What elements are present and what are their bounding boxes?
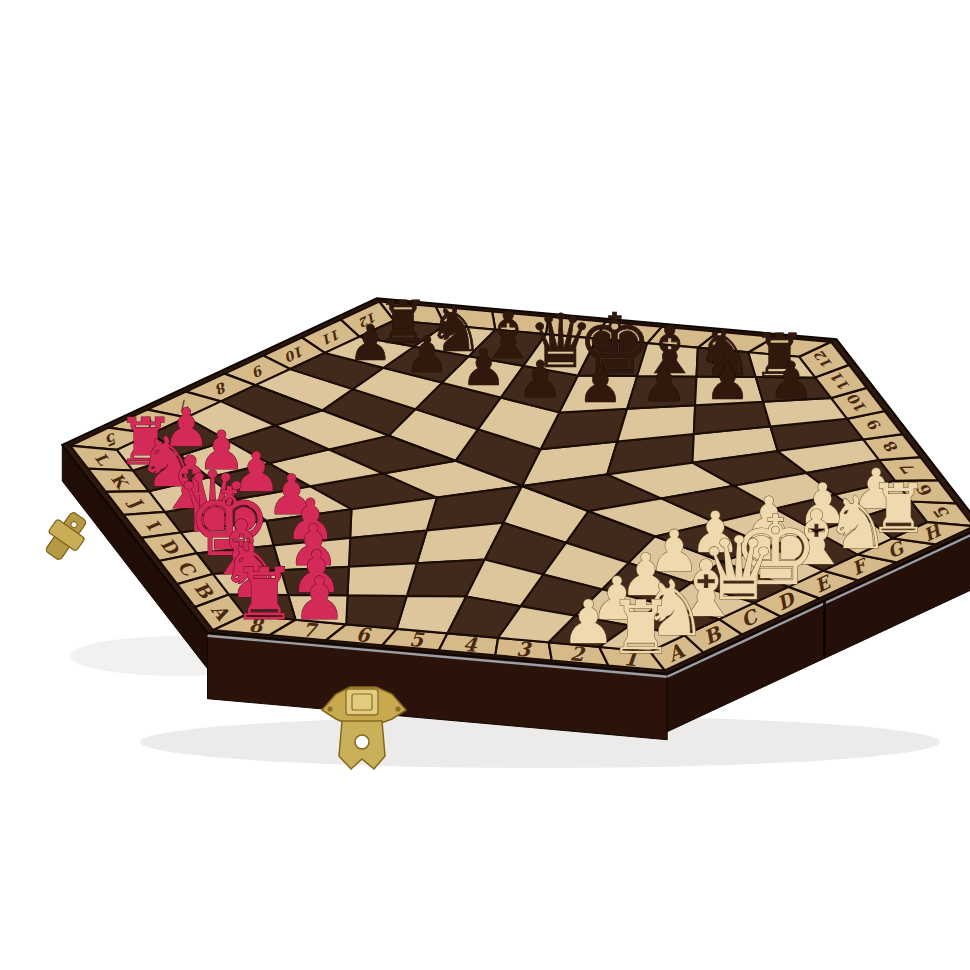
dark-pawn: ♟: [348, 314, 392, 372]
red-pawn: ♟: [293, 564, 346, 633]
dark-pawn: ♟: [405, 326, 450, 384]
side-clasp: [40, 507, 94, 566]
product-photo: Angled product photo of a hexagonal thre…: [40, 16, 970, 970]
dark-pawn: ♟: [768, 351, 814, 410]
dark-pawn: ♟: [578, 355, 624, 414]
red-rook: ♜: [232, 553, 296, 636]
dark-pawn: ♟: [641, 354, 687, 413]
board-cell: [348, 563, 417, 596]
white-pawn: ♟: [561, 587, 615, 657]
board-cell: [346, 596, 407, 629]
three-player-chess-set: 5678910111212111098765LKJIDCBA87654321AB…: [40, 16, 970, 970]
dark-pawn: ♟: [517, 350, 563, 409]
dark-pawn: ♟: [461, 338, 506, 397]
dark-pawn: ♟: [705, 352, 751, 411]
white-rook: ♜: [608, 585, 674, 670]
